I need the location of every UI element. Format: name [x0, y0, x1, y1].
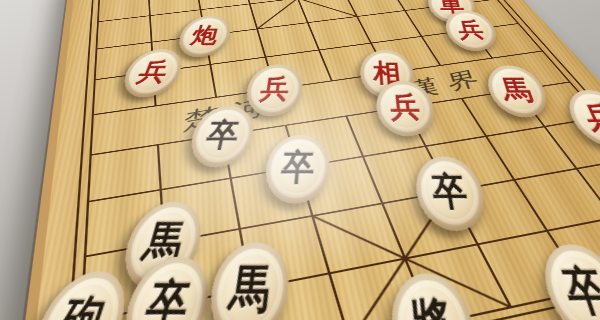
piece-character: 兵: [256, 64, 291, 115]
piece-character: 卒: [278, 135, 316, 203]
piece-character: 炮: [185, 16, 223, 57]
piece-character: 兵: [453, 11, 489, 51]
piece-character: 卒: [552, 244, 600, 320]
tabletop-scene: 楚 河 漢 界 炮車兵兵兵相兵馬卒兵卒卒馬卒馬砲卒將: [0, 0, 600, 320]
piece-character: 兵: [388, 81, 424, 136]
piece-character: 卒: [200, 106, 244, 167]
piece-character: 卒: [428, 157, 475, 231]
xiangqi-board[interactable]: 楚 河 漢 界 炮車兵兵兵相兵馬卒兵卒卒馬卒馬砲卒將: [2, 0, 600, 320]
piece-character: 馬: [222, 243, 274, 320]
